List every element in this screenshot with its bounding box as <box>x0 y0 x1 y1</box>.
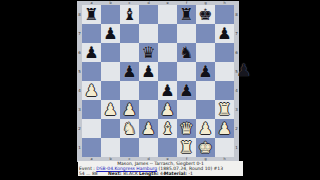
rank-labels-right: 87654321 <box>234 5 239 157</box>
square-e8[interactable] <box>158 5 177 24</box>
square-f4[interactable]: ♟ <box>177 81 196 100</box>
material-balance: Material: -1 <box>164 171 193 176</box>
square-g4[interactable] <box>196 81 215 100</box>
white-king-g1[interactable]: ♚ <box>198 138 212 157</box>
square-c7[interactable] <box>120 24 139 43</box>
next-value: BLACK <box>123 171 138 176</box>
square-e4[interactable]: ♟ <box>158 81 177 100</box>
square-b5[interactable] <box>101 62 120 81</box>
black-king-g8[interactable]: ♚ <box>198 5 212 24</box>
square-d7[interactable] <box>139 24 158 43</box>
material-label: Material: <box>164 171 188 176</box>
black-pawn-h7[interactable]: ♟ <box>217 24 231 43</box>
black-pawn-d5[interactable]: ♟ <box>141 62 155 81</box>
square-b2[interactable] <box>101 119 120 138</box>
square-c2[interactable]: ♞ <box>120 119 139 138</box>
white-queen-f2[interactable]: ♛ <box>179 119 193 138</box>
square-g5[interactable]: ♟ <box>196 62 215 81</box>
material-advantage-pawn-icon: ♟ <box>236 60 251 80</box>
white-pawn-h2[interactable]: ♟ <box>217 119 231 138</box>
black-bishop-c8[interactable]: ♝ <box>122 5 136 24</box>
square-h1[interactable] <box>215 138 234 157</box>
coord-label-3: 3 <box>234 100 239 119</box>
white-pawn-c3[interactable]: ♟ <box>122 100 136 119</box>
square-g2[interactable]: ♟ <box>196 119 215 138</box>
square-a8[interactable]: ♜ <box>82 5 101 24</box>
square-f1[interactable]: ♜ <box>177 138 196 157</box>
white-rook-h3[interactable]: ♜ <box>217 100 231 119</box>
square-f5[interactable] <box>177 62 196 81</box>
square-a7[interactable] <box>82 24 101 43</box>
square-d5[interactable]: ♟ <box>139 62 158 81</box>
square-f8[interactable]: ♜ <box>177 5 196 24</box>
black-knight-f6[interactable]: ♞ <box>179 43 193 62</box>
square-e7[interactable] <box>158 24 177 43</box>
square-a6[interactable]: ♟ <box>82 43 101 62</box>
square-b4[interactable] <box>101 81 120 100</box>
game-length: Length: 44 <box>139 171 164 176</box>
square-e2[interactable]: ♝ <box>158 119 177 138</box>
square-d6[interactable]: ♛ <box>139 43 158 62</box>
game-info-panel: Mason, James -- Tarrasch, Siegbert 0-1 E… <box>78 161 243 176</box>
coord-label-4: 4 <box>234 81 239 100</box>
next-to-move: Next: BLACK <box>108 171 139 176</box>
black-pawn-f4[interactable]: ♟ <box>179 81 193 100</box>
square-a5[interactable] <box>82 62 101 81</box>
square-d8[interactable] <box>139 5 158 24</box>
square-e1[interactable] <box>158 138 177 157</box>
move-indicator: 54 ... 88 <box>79 171 108 176</box>
square-a3[interactable] <box>82 100 101 119</box>
square-h6[interactable] <box>215 43 234 62</box>
black-queen-d6[interactable]: ♛ <box>141 43 155 62</box>
square-h5[interactable] <box>215 62 234 81</box>
black-pawn-a6[interactable]: ♟ <box>84 43 98 62</box>
square-d2[interactable]: ♟ <box>139 119 158 138</box>
white-rook-f1[interactable]: ♜ <box>179 138 193 157</box>
square-h7[interactable]: ♟ <box>215 24 234 43</box>
square-h4[interactable] <box>215 81 234 100</box>
black-pawn-b7[interactable]: ♟ <box>103 24 117 43</box>
black-rook-a8[interactable]: ♜ <box>84 5 98 24</box>
square-c6[interactable] <box>120 43 139 62</box>
square-d1[interactable] <box>139 138 158 157</box>
white-bishop-e2[interactable]: ♝ <box>160 119 174 138</box>
white-pawn-a4[interactable]: ♟ <box>84 81 98 100</box>
square-f6[interactable]: ♞ <box>177 43 196 62</box>
square-a4[interactable]: ♟ <box>82 81 101 100</box>
material-value: -1 <box>188 171 193 176</box>
square-a1[interactable] <box>82 138 101 157</box>
white-pawn-g2[interactable]: ♟ <box>198 119 212 138</box>
coord-label-8: 8 <box>234 5 239 24</box>
square-a2[interactable] <box>82 119 101 138</box>
status-line: 54 ... 88Next: BLACKLength: 44Material: … <box>78 171 243 176</box>
length-label: Length: <box>139 171 160 176</box>
coord-label-2: 2 <box>234 119 239 138</box>
coord-label-7: 7 <box>234 24 239 43</box>
square-g7[interactable] <box>196 24 215 43</box>
chess-board[interactable]: ♜♝♜♚♟♟♟♛♞♟♟♟♟♟♟♟♟♟♜♞♟♝♛♟♟♜♚ <box>82 5 234 157</box>
square-b6[interactable] <box>101 43 120 62</box>
square-e6[interactable] <box>158 43 177 62</box>
white-pawn-b3[interactable]: ♟ <box>103 100 117 119</box>
event-tag: #13 <box>212 166 223 171</box>
square-b1[interactable] <box>101 138 120 157</box>
square-e3[interactable]: ♟ <box>158 100 177 119</box>
white-pawn-e3[interactable]: ♟ <box>160 100 174 119</box>
square-g8[interactable]: ♚ <box>196 5 215 24</box>
square-g1[interactable]: ♚ <box>196 138 215 157</box>
square-b8[interactable] <box>101 5 120 24</box>
square-g3[interactable] <box>196 100 215 119</box>
square-c4[interactable] <box>120 81 139 100</box>
black-pawn-g5[interactable]: ♟ <box>198 62 212 81</box>
square-c8[interactable]: ♝ <box>120 5 139 24</box>
white-pawn-d2[interactable]: ♟ <box>141 119 155 138</box>
square-c5[interactable]: ♟ <box>120 62 139 81</box>
next-label: Next: <box>108 171 123 176</box>
square-c3[interactable]: ♟ <box>120 100 139 119</box>
square-h2[interactable]: ♟ <box>215 119 234 138</box>
square-d3[interactable] <box>139 100 158 119</box>
black-pawn-e4[interactable]: ♟ <box>160 81 174 100</box>
square-c1[interactable] <box>120 138 139 157</box>
square-g6[interactable] <box>196 43 215 62</box>
square-f3[interactable] <box>177 100 196 119</box>
square-b7[interactable]: ♟ <box>101 24 120 43</box>
square-e5[interactable] <box>158 62 177 81</box>
square-h3[interactable]: ♜ <box>215 100 234 119</box>
square-b3[interactable]: ♟ <box>101 100 120 119</box>
white-knight-c2[interactable]: ♞ <box>122 119 136 138</box>
black-rook-f8[interactable]: ♜ <box>179 5 193 24</box>
square-f2[interactable]: ♛ <box>177 119 196 138</box>
square-h8[interactable] <box>215 5 234 24</box>
black-pawn-c5[interactable]: ♟ <box>122 62 136 81</box>
coord-label-1: 1 <box>234 138 239 157</box>
square-d4[interactable] <box>139 81 158 100</box>
chess-board-frame: abcdefgh 87654321 ♜♝♜♚♟♟♟♛♞♟♟♟♟♟♟♟♟♟♜♞♟♝… <box>77 1 239 162</box>
square-f7[interactable] <box>177 24 196 43</box>
